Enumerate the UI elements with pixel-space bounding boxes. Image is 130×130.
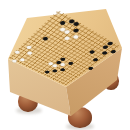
goban-photo: ●●●●●●●●●●●●●●●●●●●●●●●●●●●●●● (0, 0, 130, 130)
